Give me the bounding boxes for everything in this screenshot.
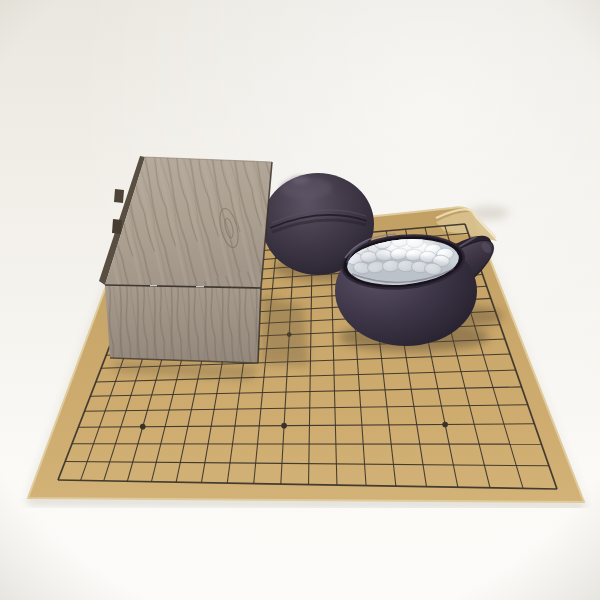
box-flap-tab	[112, 219, 122, 234]
hoshi-point	[140, 424, 146, 430]
go-set-scene	[0, 0, 600, 600]
hoshi-point	[281, 423, 287, 429]
box-flap-tab	[114, 189, 124, 203]
hoshi-point	[442, 422, 448, 428]
open-stone-bowl	[335, 231, 477, 346]
go-set-product-photo	[0, 0, 600, 600]
